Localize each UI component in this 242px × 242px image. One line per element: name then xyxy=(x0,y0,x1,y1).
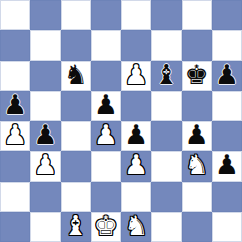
square-d3[interactable] xyxy=(91,151,121,181)
square-h3[interactable]: ♟ xyxy=(212,151,242,181)
square-b8[interactable] xyxy=(30,0,60,30)
square-b6[interactable] xyxy=(30,61,60,91)
square-g1[interactable] xyxy=(182,212,212,242)
black-pawn-a5[interactable]: ♟ xyxy=(3,90,27,120)
square-a7[interactable] xyxy=(0,30,30,60)
white-pawn-e3[interactable]: ♟ xyxy=(124,150,148,180)
square-f6[interactable]: ♝ xyxy=(151,61,181,91)
black-king-g6[interactable]: ♚ xyxy=(185,60,209,90)
square-a6[interactable] xyxy=(0,61,30,91)
square-e6[interactable]: ♟ xyxy=(121,61,151,91)
square-a1[interactable] xyxy=(0,212,30,242)
square-c1[interactable]: ♝ xyxy=(61,212,91,242)
square-e4[interactable]: ♟ xyxy=(121,121,151,151)
square-f5[interactable] xyxy=(151,91,181,121)
white-pawn-e6[interactable]: ♟ xyxy=(124,60,148,90)
square-h2[interactable] xyxy=(212,182,242,212)
square-c6[interactable]: ♞ xyxy=(61,61,91,91)
black-pawn-e4[interactable]: ♟ xyxy=(124,120,148,150)
white-knight-e1[interactable]: ♞ xyxy=(124,211,148,241)
square-b5[interactable] xyxy=(30,91,60,121)
white-pawn-d4[interactable]: ♟ xyxy=(94,120,118,150)
square-a2[interactable] xyxy=(0,182,30,212)
chess-board-container: ♞♟♝♚♟♟♟♟♟♟♟♟♟♟♞♟♝♚♞ xyxy=(0,0,242,242)
black-pawn-g4[interactable]: ♟ xyxy=(185,120,209,150)
square-b3[interactable]: ♟ xyxy=(30,151,60,181)
square-e5[interactable] xyxy=(121,91,151,121)
square-e7[interactable] xyxy=(121,30,151,60)
square-c4[interactable] xyxy=(61,121,91,151)
square-c5[interactable] xyxy=(61,91,91,121)
square-h7[interactable] xyxy=(212,30,242,60)
square-f4[interactable] xyxy=(151,121,181,151)
square-h6[interactable]: ♟ xyxy=(212,61,242,91)
square-e3[interactable]: ♟ xyxy=(121,151,151,181)
square-g2[interactable] xyxy=(182,182,212,212)
square-g5[interactable] xyxy=(182,91,212,121)
square-b7[interactable] xyxy=(30,30,60,60)
square-d2[interactable] xyxy=(91,182,121,212)
square-c2[interactable] xyxy=(61,182,91,212)
white-pawn-b3[interactable]: ♟ xyxy=(33,150,57,180)
square-f1[interactable] xyxy=(151,212,181,242)
square-d7[interactable] xyxy=(91,30,121,60)
square-d8[interactable] xyxy=(91,0,121,30)
square-d1[interactable]: ♚ xyxy=(91,212,121,242)
square-b2[interactable] xyxy=(30,182,60,212)
square-d5[interactable]: ♟ xyxy=(91,91,121,121)
black-pawn-b4[interactable]: ♟ xyxy=(33,120,57,150)
white-king-d1[interactable]: ♚ xyxy=(94,211,118,241)
black-pawn-d5[interactable]: ♟ xyxy=(94,90,118,120)
square-g6[interactable]: ♚ xyxy=(182,61,212,91)
square-b4[interactable]: ♟ xyxy=(30,121,60,151)
square-b1[interactable] xyxy=(30,212,60,242)
square-c8[interactable] xyxy=(61,0,91,30)
black-bishop-f6[interactable]: ♝ xyxy=(154,60,178,90)
square-a3[interactable] xyxy=(0,151,30,181)
square-e1[interactable]: ♞ xyxy=(121,212,151,242)
white-pawn-a4[interactable]: ♟ xyxy=(3,120,27,150)
square-a8[interactable] xyxy=(0,0,30,30)
square-h4[interactable] xyxy=(212,121,242,151)
chess-board[interactable]: ♞♟♝♚♟♟♟♟♟♟♟♟♟♟♞♟♝♚♞ xyxy=(0,0,242,242)
square-g4[interactable]: ♟ xyxy=(182,121,212,151)
square-d4[interactable]: ♟ xyxy=(91,121,121,151)
square-g3[interactable]: ♞ xyxy=(182,151,212,181)
square-a4[interactable]: ♟ xyxy=(0,121,30,151)
square-c3[interactable] xyxy=(61,151,91,181)
square-f8[interactable] xyxy=(151,0,181,30)
square-e2[interactable] xyxy=(121,182,151,212)
square-g8[interactable] xyxy=(182,0,212,30)
black-knight-c6[interactable]: ♞ xyxy=(64,60,88,90)
square-h5[interactable] xyxy=(212,91,242,121)
black-pawn-h3[interactable]: ♟ xyxy=(215,150,239,180)
square-f3[interactable] xyxy=(151,151,181,181)
square-h1[interactable] xyxy=(212,212,242,242)
square-d6[interactable] xyxy=(91,61,121,91)
square-g7[interactable] xyxy=(182,30,212,60)
square-h8[interactable] xyxy=(212,0,242,30)
square-a5[interactable]: ♟ xyxy=(0,91,30,121)
black-pawn-h6[interactable]: ♟ xyxy=(215,60,239,90)
square-f7[interactable] xyxy=(151,30,181,60)
square-c7[interactable] xyxy=(61,30,91,60)
white-bishop-c1[interactable]: ♝ xyxy=(64,211,88,241)
square-e8[interactable] xyxy=(121,0,151,30)
white-knight-g3[interactable]: ♞ xyxy=(185,150,209,180)
square-f2[interactable] xyxy=(151,182,181,212)
